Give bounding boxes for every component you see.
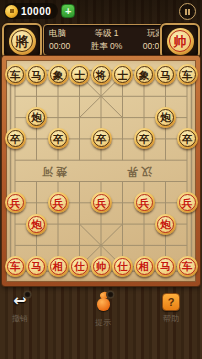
xiangqi-board[interactable]: 楚河 汉界 车马象士将士象马车炮炮卒卒卒卒卒兵兵兵兵兵炮炮车马相仕帅仕相马车 bbox=[2, 56, 200, 286]
piece-red-相[interactable]: 相 bbox=[134, 256, 155, 277]
player-bar: 將 电脑 等级 1 玩家 00:00 胜率 0% 00:01 帅 bbox=[0, 22, 202, 57]
coin-balance: 10000 bbox=[4, 3, 58, 19]
player-avatar[interactable]: 帅 bbox=[160, 23, 200, 59]
opponent-avatar[interactable]: 將 bbox=[2, 23, 42, 59]
piece-red-兵[interactable]: 兵 bbox=[177, 192, 198, 213]
help-icon: ? bbox=[162, 293, 180, 311]
pause-icon bbox=[185, 9, 187, 15]
piece-black-马[interactable]: 马 bbox=[155, 64, 176, 85]
xiangqi-app: 10000 + 將 电脑 等级 1 玩家 00:00 胜率 0% 00:01 帅 bbox=[0, 0, 202, 359]
opponent-label: 电脑 bbox=[49, 28, 83, 39]
add-coins-button[interactable]: + bbox=[61, 4, 75, 18]
top-bar: 10000 + bbox=[0, 0, 202, 22]
piece-black-士[interactable]: 士 bbox=[112, 64, 133, 85]
piece-red-炮[interactable]: 炮 bbox=[155, 214, 176, 235]
undo-button[interactable]: ↩ 撤销 bbox=[0, 292, 40, 324]
undo-label: 撤销 bbox=[0, 313, 40, 324]
piece-grid: 车马象士将士象马车炮炮卒卒卒卒卒兵兵兵兵兵炮炮车马相仕帅仕相马车 bbox=[4, 64, 198, 277]
coin-icon bbox=[5, 5, 18, 18]
player-label: 玩家 bbox=[130, 28, 164, 39]
piece-red-兵[interactable]: 兵 bbox=[5, 192, 26, 213]
piece-red-兵[interactable]: 兵 bbox=[134, 192, 155, 213]
piece-red-炮[interactable]: 炮 bbox=[26, 214, 47, 235]
piece-red-车[interactable]: 车 bbox=[5, 256, 26, 277]
piece-red-仕[interactable]: 仕 bbox=[112, 256, 133, 277]
winrate-label: 胜率 0% bbox=[85, 41, 128, 52]
piece-red-兵[interactable]: 兵 bbox=[91, 192, 112, 213]
hint-label: 提示 bbox=[83, 317, 123, 328]
piece-black-马[interactable]: 马 bbox=[26, 64, 47, 85]
piece-black-卒[interactable]: 卒 bbox=[177, 128, 198, 149]
piece-red-帅[interactable]: 帅 bbox=[91, 256, 112, 277]
piece-black-卒[interactable]: 卒 bbox=[5, 128, 26, 149]
red-general-avatar-piece: 帅 bbox=[167, 28, 194, 55]
piece-black-卒[interactable]: 卒 bbox=[48, 128, 69, 149]
piece-red-车[interactable]: 车 bbox=[177, 256, 198, 277]
piece-black-炮[interactable]: 炮 bbox=[155, 107, 176, 128]
pause-button[interactable] bbox=[179, 3, 196, 20]
piece-black-车[interactable]: 车 bbox=[5, 64, 26, 85]
opponent-timer: 00:00 bbox=[49, 41, 83, 52]
coin-group: 10000 + bbox=[4, 3, 75, 19]
piece-black-卒[interactable]: 卒 bbox=[134, 128, 155, 149]
hint-count-badge bbox=[106, 290, 115, 299]
piece-red-马[interactable]: 马 bbox=[26, 256, 47, 277]
piece-red-马[interactable]: 马 bbox=[155, 256, 176, 277]
player-timer: 00:01 bbox=[130, 41, 164, 52]
piece-black-象[interactable]: 象 bbox=[134, 64, 155, 85]
piece-black-炮[interactable]: 炮 bbox=[26, 107, 47, 128]
piece-black-象[interactable]: 象 bbox=[48, 64, 69, 85]
piece-red-相[interactable]: 相 bbox=[48, 256, 69, 277]
board-surface: 楚河 汉界 车马象士将士象马车炮炮卒卒卒卒卒兵兵兵兵兵炮炮车马相仕帅仕相马车 bbox=[6, 60, 196, 282]
match-info-panel: 电脑 等级 1 玩家 00:00 胜率 0% 00:01 bbox=[43, 24, 170, 56]
piece-black-卒[interactable]: 卒 bbox=[91, 128, 112, 149]
help-button[interactable]: ? 帮助 bbox=[151, 292, 191, 324]
coin-amount: 10000 bbox=[21, 6, 51, 17]
help-label: 帮助 bbox=[151, 313, 191, 324]
black-general-avatar-piece: 將 bbox=[9, 28, 36, 55]
undo-count-badge bbox=[23, 290, 32, 299]
piece-red-兵[interactable]: 兵 bbox=[48, 192, 69, 213]
piece-black-将[interactable]: 将 bbox=[91, 64, 112, 85]
level-label: 等级 1 bbox=[85, 28, 128, 39]
piece-red-仕[interactable]: 仕 bbox=[69, 256, 90, 277]
piece-black-车[interactable]: 车 bbox=[177, 64, 198, 85]
hint-button[interactable]: 提示 bbox=[83, 292, 123, 328]
piece-black-士[interactable]: 士 bbox=[69, 64, 90, 85]
